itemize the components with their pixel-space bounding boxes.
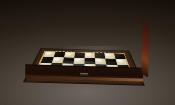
case-right-side: [141, 22, 149, 78]
product-photo: [0, 0, 175, 105]
chess-case: [23, 8, 147, 81]
